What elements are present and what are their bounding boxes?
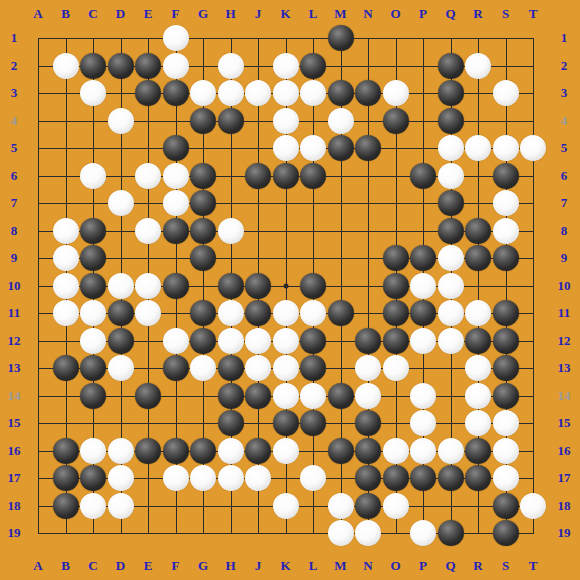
column-label-bottom-A: A	[33, 558, 42, 574]
black-stone-R8	[465, 218, 491, 244]
row-label-right-9: 9	[561, 250, 568, 266]
black-stone-Q3	[438, 80, 464, 106]
black-stone-J11	[245, 300, 271, 326]
black-stone-J16	[245, 438, 271, 464]
white-stone-R13	[465, 355, 491, 381]
black-stone-H15	[218, 410, 244, 436]
white-stone-P10	[410, 273, 436, 299]
row-label-right-4: 4	[561, 113, 568, 129]
black-stone-R12	[465, 328, 491, 354]
black-stone-L13	[300, 355, 326, 381]
black-stone-B13	[53, 355, 79, 381]
black-stone-O11	[383, 300, 409, 326]
white-stone-C18	[80, 493, 106, 519]
white-stone-E10	[135, 273, 161, 299]
column-label-top-H: H	[225, 6, 235, 22]
column-label-bottom-G: G	[198, 558, 208, 574]
column-label-top-N: N	[363, 6, 372, 22]
row-label-left-9: 9	[11, 250, 18, 266]
column-label-top-L: L	[309, 6, 318, 22]
black-stone-G4	[190, 108, 216, 134]
white-stone-F7	[163, 190, 189, 216]
white-stone-C12	[80, 328, 106, 354]
black-stone-O9	[383, 245, 409, 271]
white-stone-Q6	[438, 163, 464, 189]
row-label-right-16: 16	[558, 443, 571, 459]
white-stone-R5	[465, 135, 491, 161]
white-stone-D4	[108, 108, 134, 134]
column-label-bottom-H: H	[225, 558, 235, 574]
white-stone-G3	[190, 80, 216, 106]
row-label-left-2: 2	[11, 58, 18, 74]
black-stone-O17	[383, 465, 409, 491]
white-stone-J12	[245, 328, 271, 354]
white-stone-H12	[218, 328, 244, 354]
black-stone-C17	[80, 465, 106, 491]
white-stone-D17	[108, 465, 134, 491]
white-stone-N13	[355, 355, 381, 381]
white-stone-O3	[383, 80, 409, 106]
black-stone-C13	[80, 355, 106, 381]
column-label-top-F: F	[172, 6, 180, 22]
white-stone-P14	[410, 383, 436, 409]
white-stone-P12	[410, 328, 436, 354]
white-stone-C16	[80, 438, 106, 464]
black-stone-L2	[300, 53, 326, 79]
row-label-right-1: 1	[561, 30, 568, 46]
black-stone-P6	[410, 163, 436, 189]
white-stone-K2	[273, 53, 299, 79]
black-stone-Q8	[438, 218, 464, 244]
white-stone-M19	[328, 520, 354, 546]
white-stone-R11	[465, 300, 491, 326]
black-stone-S13	[493, 355, 519, 381]
black-stone-L6	[300, 163, 326, 189]
black-stone-Q7	[438, 190, 464, 216]
black-stone-S9	[493, 245, 519, 271]
white-stone-N14	[355, 383, 381, 409]
black-stone-K6	[273, 163, 299, 189]
row-label-right-12: 12	[558, 333, 571, 349]
black-stone-G9	[190, 245, 216, 271]
white-stone-B10	[53, 273, 79, 299]
white-stone-K4	[273, 108, 299, 134]
white-stone-R15	[465, 410, 491, 436]
black-stone-E3	[135, 80, 161, 106]
row-label-left-12: 12	[8, 333, 21, 349]
column-label-bottom-P: P	[419, 558, 427, 574]
white-stone-Q16	[438, 438, 464, 464]
black-stone-C9	[80, 245, 106, 271]
white-stone-P16	[410, 438, 436, 464]
black-stone-Q4	[438, 108, 464, 134]
column-label-bottom-N: N	[363, 558, 372, 574]
white-stone-D10	[108, 273, 134, 299]
black-stone-O12	[383, 328, 409, 354]
black-stone-F10	[163, 273, 189, 299]
white-stone-Q11	[438, 300, 464, 326]
black-stone-P17	[410, 465, 436, 491]
black-stone-Q17	[438, 465, 464, 491]
white-stone-G13	[190, 355, 216, 381]
row-label-right-15: 15	[558, 415, 571, 431]
row-label-right-17: 17	[558, 470, 571, 486]
black-stone-P11	[410, 300, 436, 326]
black-stone-F3	[163, 80, 189, 106]
white-stone-J3	[245, 80, 271, 106]
black-stone-L12	[300, 328, 326, 354]
black-stone-G12	[190, 328, 216, 354]
column-label-top-G: G	[198, 6, 208, 22]
star-point-K10	[283, 283, 288, 288]
white-stone-D16	[108, 438, 134, 464]
row-label-left-3: 3	[11, 85, 18, 101]
column-label-top-S: S	[502, 6, 509, 22]
black-stone-S14	[493, 383, 519, 409]
black-stone-Q2	[438, 53, 464, 79]
white-stone-S8	[493, 218, 519, 244]
black-stone-M11	[328, 300, 354, 326]
white-stone-O16	[383, 438, 409, 464]
black-stone-S6	[493, 163, 519, 189]
grid-line-vertical	[533, 38, 534, 534]
white-stone-R2	[465, 53, 491, 79]
black-stone-H4	[218, 108, 244, 134]
go-board[interactable]: AABBCCDDEEFFGGHHJJKKLLMMNNOOPPQQRRSSTT11…	[0, 0, 580, 580]
white-stone-K11	[273, 300, 299, 326]
white-stone-N19	[355, 520, 381, 546]
column-label-top-A: A	[33, 6, 42, 22]
white-stone-E6	[135, 163, 161, 189]
white-stone-B11	[53, 300, 79, 326]
white-stone-F6	[163, 163, 189, 189]
column-label-top-R: R	[473, 6, 482, 22]
row-label-right-6: 6	[561, 168, 568, 184]
row-label-right-10: 10	[558, 278, 571, 294]
white-stone-E8	[135, 218, 161, 244]
column-label-bottom-E: E	[144, 558, 153, 574]
black-stone-K15	[273, 410, 299, 436]
black-stone-M3	[328, 80, 354, 106]
white-stone-C11	[80, 300, 106, 326]
white-stone-F2	[163, 53, 189, 79]
column-label-bottom-O: O	[390, 558, 400, 574]
black-stone-D11	[108, 300, 134, 326]
black-stone-N18	[355, 493, 381, 519]
white-stone-Q10	[438, 273, 464, 299]
white-stone-D7	[108, 190, 134, 216]
column-label-bottom-D: D	[116, 558, 125, 574]
black-stone-F13	[163, 355, 189, 381]
black-stone-B16	[53, 438, 79, 464]
black-stone-M14	[328, 383, 354, 409]
black-stone-R17	[465, 465, 491, 491]
row-label-left-11: 11	[8, 305, 20, 321]
white-stone-T18	[520, 493, 546, 519]
black-stone-J10	[245, 273, 271, 299]
column-label-top-B: B	[61, 6, 70, 22]
black-stone-R16	[465, 438, 491, 464]
black-stone-G11	[190, 300, 216, 326]
column-label-bottom-J: J	[255, 558, 262, 574]
row-label-left-17: 17	[8, 470, 21, 486]
white-stone-P15	[410, 410, 436, 436]
black-stone-N5	[355, 135, 381, 161]
row-label-left-7: 7	[11, 195, 18, 211]
row-label-left-5: 5	[11, 140, 18, 156]
white-stone-H11	[218, 300, 244, 326]
white-stone-F1	[163, 25, 189, 51]
black-stone-N16	[355, 438, 381, 464]
black-stone-O10	[383, 273, 409, 299]
white-stone-K14	[273, 383, 299, 409]
black-stone-C10	[80, 273, 106, 299]
black-stone-J6	[245, 163, 271, 189]
white-stone-H8	[218, 218, 244, 244]
black-stone-L15	[300, 410, 326, 436]
white-stone-L5	[300, 135, 326, 161]
white-stone-L3	[300, 80, 326, 106]
black-stone-S18	[493, 493, 519, 519]
white-stone-L17	[300, 465, 326, 491]
white-stone-M4	[328, 108, 354, 134]
white-stone-E11	[135, 300, 161, 326]
white-stone-L11	[300, 300, 326, 326]
black-stone-P9	[410, 245, 436, 271]
white-stone-O13	[383, 355, 409, 381]
white-stone-J13	[245, 355, 271, 381]
black-stone-H10	[218, 273, 244, 299]
column-label-bottom-L: L	[309, 558, 318, 574]
white-stone-Q12	[438, 328, 464, 354]
white-stone-Q5	[438, 135, 464, 161]
column-label-top-M: M	[334, 6, 346, 22]
white-stone-L14	[300, 383, 326, 409]
column-label-bottom-M: M	[334, 558, 346, 574]
row-label-left-14: 14	[8, 388, 21, 404]
black-stone-Q19	[438, 520, 464, 546]
black-stone-S12	[493, 328, 519, 354]
column-label-top-J: J	[255, 6, 262, 22]
white-stone-S5	[493, 135, 519, 161]
column-label-top-P: P	[419, 6, 427, 22]
white-stone-S17	[493, 465, 519, 491]
row-label-right-13: 13	[558, 360, 571, 376]
black-stone-G16	[190, 438, 216, 464]
white-stone-O18	[383, 493, 409, 519]
column-label-bottom-Q: Q	[445, 558, 455, 574]
column-label-bottom-R: R	[473, 558, 482, 574]
black-stone-G7	[190, 190, 216, 216]
white-stone-M18	[328, 493, 354, 519]
column-label-bottom-B: B	[61, 558, 70, 574]
black-stone-G6	[190, 163, 216, 189]
row-label-left-16: 16	[8, 443, 21, 459]
black-stone-S11	[493, 300, 519, 326]
black-stone-D12	[108, 328, 134, 354]
white-stone-K12	[273, 328, 299, 354]
white-stone-F12	[163, 328, 189, 354]
column-label-top-T: T	[529, 6, 538, 22]
black-stone-S19	[493, 520, 519, 546]
white-stone-B8	[53, 218, 79, 244]
black-stone-H13	[218, 355, 244, 381]
white-stone-K13	[273, 355, 299, 381]
white-stone-H16	[218, 438, 244, 464]
row-label-right-19: 19	[558, 525, 571, 541]
white-stone-C3	[80, 80, 106, 106]
white-stone-H17	[218, 465, 244, 491]
column-label-top-O: O	[390, 6, 400, 22]
row-label-left-8: 8	[11, 223, 18, 239]
row-label-right-2: 2	[561, 58, 568, 74]
black-stone-J14	[245, 383, 271, 409]
row-label-left-1: 1	[11, 30, 18, 46]
white-stone-S15	[493, 410, 519, 436]
column-label-top-K: K	[280, 6, 290, 22]
row-label-right-8: 8	[561, 223, 568, 239]
row-label-left-19: 19	[8, 525, 21, 541]
black-stone-N17	[355, 465, 381, 491]
white-stone-H3	[218, 80, 244, 106]
column-label-top-E: E	[144, 6, 153, 22]
white-stone-S3	[493, 80, 519, 106]
black-stone-M16	[328, 438, 354, 464]
white-stone-F17	[163, 465, 189, 491]
black-stone-B17	[53, 465, 79, 491]
black-stone-E16	[135, 438, 161, 464]
white-stone-S7	[493, 190, 519, 216]
row-label-right-11: 11	[558, 305, 570, 321]
column-label-bottom-S: S	[502, 558, 509, 574]
black-stone-F5	[163, 135, 189, 161]
white-stone-Q9	[438, 245, 464, 271]
black-stone-F16	[163, 438, 189, 464]
column-label-bottom-T: T	[529, 558, 538, 574]
white-stone-D13	[108, 355, 134, 381]
white-stone-C6	[80, 163, 106, 189]
row-label-left-4: 4	[11, 113, 18, 129]
row-label-right-7: 7	[561, 195, 568, 211]
black-stone-D2	[108, 53, 134, 79]
white-stone-G17	[190, 465, 216, 491]
black-stone-N12	[355, 328, 381, 354]
white-stone-B9	[53, 245, 79, 271]
black-stone-G8	[190, 218, 216, 244]
black-stone-E2	[135, 53, 161, 79]
white-stone-K5	[273, 135, 299, 161]
column-label-bottom-F: F	[172, 558, 180, 574]
black-stone-L10	[300, 273, 326, 299]
white-stone-H2	[218, 53, 244, 79]
column-label-bottom-C: C	[88, 558, 97, 574]
row-label-left-18: 18	[8, 498, 21, 514]
row-label-right-3: 3	[561, 85, 568, 101]
black-stone-N15	[355, 410, 381, 436]
white-stone-S16	[493, 438, 519, 464]
black-stone-N3	[355, 80, 381, 106]
white-stone-B2	[53, 53, 79, 79]
black-stone-O4	[383, 108, 409, 134]
white-stone-J17	[245, 465, 271, 491]
column-label-bottom-K: K	[280, 558, 290, 574]
black-stone-M1	[328, 25, 354, 51]
white-stone-R14	[465, 383, 491, 409]
black-stone-H14	[218, 383, 244, 409]
black-stone-F8	[163, 218, 189, 244]
white-stone-P19	[410, 520, 436, 546]
row-label-left-10: 10	[8, 278, 21, 294]
black-stone-C14	[80, 383, 106, 409]
row-label-right-18: 18	[558, 498, 571, 514]
row-label-left-13: 13	[8, 360, 21, 376]
column-label-top-C: C	[88, 6, 97, 22]
black-stone-B18	[53, 493, 79, 519]
black-stone-E14	[135, 383, 161, 409]
white-stone-K3	[273, 80, 299, 106]
white-stone-D18	[108, 493, 134, 519]
row-label-right-5: 5	[561, 140, 568, 156]
white-stone-K16	[273, 438, 299, 464]
row-label-left-6: 6	[11, 168, 18, 184]
white-stone-K18	[273, 493, 299, 519]
black-stone-C8	[80, 218, 106, 244]
row-label-right-14: 14	[558, 388, 571, 404]
row-label-left-15: 15	[8, 415, 21, 431]
black-stone-M5	[328, 135, 354, 161]
column-label-top-Q: Q	[445, 6, 455, 22]
column-label-top-D: D	[116, 6, 125, 22]
black-stone-R9	[465, 245, 491, 271]
white-stone-T5	[520, 135, 546, 161]
black-stone-C2	[80, 53, 106, 79]
